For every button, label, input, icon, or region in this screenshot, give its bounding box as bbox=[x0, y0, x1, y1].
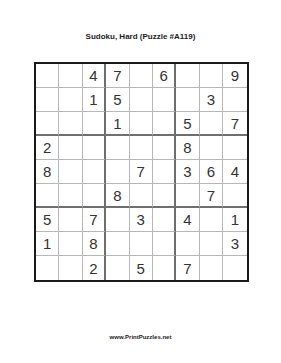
cell-r7c6 bbox=[153, 208, 176, 232]
sudoku-page: Sudoku, Hard (Puzzle #A119) 476915315728… bbox=[0, 0, 281, 363]
cell-r1c4: 7 bbox=[106, 64, 129, 88]
footer-url: www.PrintPuzzles.net bbox=[0, 334, 281, 340]
cell-r4c1: 2 bbox=[36, 136, 59, 160]
cell-r8c1: 1 bbox=[36, 232, 59, 256]
cell-r1c3: 4 bbox=[83, 64, 106, 88]
cell-r4c3 bbox=[83, 136, 106, 160]
cell-r4c9 bbox=[223, 136, 246, 160]
cell-r1c5 bbox=[130, 64, 153, 88]
puzzle-title: Sudoku, Hard (Puzzle #A119) bbox=[0, 32, 281, 41]
cell-r8c7 bbox=[176, 232, 199, 256]
cell-r7c9: 1 bbox=[223, 208, 246, 232]
cell-r5c4 bbox=[106, 160, 129, 184]
cell-r8c8 bbox=[200, 232, 223, 256]
cell-r9c2 bbox=[59, 256, 82, 280]
cell-r6c2 bbox=[59, 184, 82, 208]
cell-r4c2 bbox=[59, 136, 82, 160]
cell-r2c1 bbox=[36, 88, 59, 112]
cell-r9c4 bbox=[106, 256, 129, 280]
cell-r5c8: 6 bbox=[200, 160, 223, 184]
cell-r2c9 bbox=[223, 88, 246, 112]
cell-r5c9: 4 bbox=[223, 160, 246, 184]
cell-r2c7 bbox=[176, 88, 199, 112]
cell-r2c6 bbox=[153, 88, 176, 112]
cell-r2c3: 1 bbox=[83, 88, 106, 112]
cell-r1c7 bbox=[176, 64, 199, 88]
cell-r2c4: 5 bbox=[106, 88, 129, 112]
cell-r7c2 bbox=[59, 208, 82, 232]
cell-r3c5 bbox=[130, 112, 153, 136]
cell-r3c2 bbox=[59, 112, 82, 136]
cell-r6c4: 8 bbox=[106, 184, 129, 208]
cell-r6c7 bbox=[176, 184, 199, 208]
cell-r3c3 bbox=[83, 112, 106, 136]
cell-r7c5: 3 bbox=[130, 208, 153, 232]
cell-r8c3: 8 bbox=[83, 232, 106, 256]
cell-r7c4 bbox=[106, 208, 129, 232]
cell-r8c5 bbox=[130, 232, 153, 256]
cell-r7c8 bbox=[200, 208, 223, 232]
cell-r2c8: 3 bbox=[200, 88, 223, 112]
cell-r5c5: 7 bbox=[130, 160, 153, 184]
cell-r1c6: 6 bbox=[153, 64, 176, 88]
cell-r4c5 bbox=[130, 136, 153, 160]
cell-r4c8 bbox=[200, 136, 223, 160]
cell-r8c4 bbox=[106, 232, 129, 256]
cell-r6c8: 7 bbox=[200, 184, 223, 208]
cell-r9c7: 7 bbox=[176, 256, 199, 280]
cell-r9c1 bbox=[36, 256, 59, 280]
cell-r3c6 bbox=[153, 112, 176, 136]
cell-r5c1: 8 bbox=[36, 160, 59, 184]
cell-r4c7: 8 bbox=[176, 136, 199, 160]
cell-r9c5: 5 bbox=[130, 256, 153, 280]
cell-r6c9 bbox=[223, 184, 246, 208]
cell-r5c7: 3 bbox=[176, 160, 199, 184]
cell-r3c4: 1 bbox=[106, 112, 129, 136]
cell-r8c9: 3 bbox=[223, 232, 246, 256]
cell-r8c2 bbox=[59, 232, 82, 256]
cell-r6c5 bbox=[130, 184, 153, 208]
cell-r5c6 bbox=[153, 160, 176, 184]
cell-r8c6 bbox=[153, 232, 176, 256]
cell-r4c6 bbox=[153, 136, 176, 160]
cell-r9c3: 2 bbox=[83, 256, 106, 280]
sudoku-board: 476915315728873648757341183257 bbox=[34, 62, 249, 282]
cell-r9c8 bbox=[200, 256, 223, 280]
cell-r1c1 bbox=[36, 64, 59, 88]
cell-r1c9: 9 bbox=[223, 64, 246, 88]
cell-r5c3 bbox=[83, 160, 106, 184]
cell-r6c1 bbox=[36, 184, 59, 208]
cell-r5c2 bbox=[59, 160, 82, 184]
cell-r9c6 bbox=[153, 256, 176, 280]
cell-r9c9 bbox=[223, 256, 246, 280]
cell-r7c1: 5 bbox=[36, 208, 59, 232]
cell-r2c5 bbox=[130, 88, 153, 112]
cell-r6c6 bbox=[153, 184, 176, 208]
cell-r4c4 bbox=[106, 136, 129, 160]
cell-r6c3 bbox=[83, 184, 106, 208]
cell-r3c9: 7 bbox=[223, 112, 246, 136]
cell-r7c7: 4 bbox=[176, 208, 199, 232]
cell-r2c2 bbox=[59, 88, 82, 112]
cell-r7c3: 7 bbox=[83, 208, 106, 232]
cell-r3c7: 5 bbox=[176, 112, 199, 136]
cell-r1c8 bbox=[200, 64, 223, 88]
cell-r3c1 bbox=[36, 112, 59, 136]
cell-r1c2 bbox=[59, 64, 82, 88]
cell-r3c8 bbox=[200, 112, 223, 136]
